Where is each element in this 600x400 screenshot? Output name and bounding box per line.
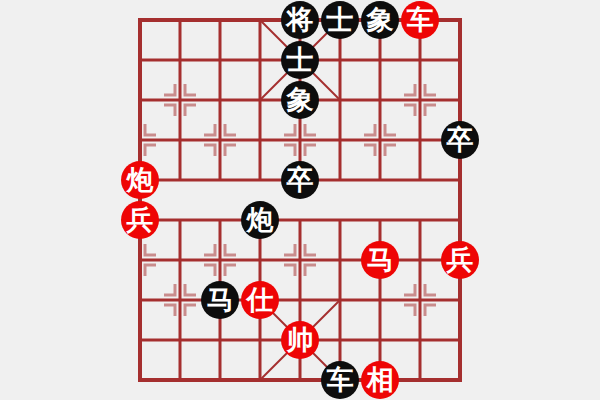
pieces-layer: 车将士象士象卒炮卒兵炮马兵马仕帅车相 bbox=[0, 0, 600, 400]
piece-red-chariot[interactable]: 车 bbox=[401, 1, 439, 39]
piece-black-pawn[interactable]: 卒 bbox=[281, 161, 319, 199]
piece-black-horse[interactable]: 马 bbox=[201, 281, 239, 319]
piece-red-pawn[interactable]: 兵 bbox=[121, 201, 159, 239]
piece-black-elephant[interactable]: 象 bbox=[361, 1, 399, 39]
piece-red-pawn[interactable]: 兵 bbox=[441, 241, 479, 279]
piece-black-advisor[interactable]: 士 bbox=[281, 41, 319, 79]
xiangqi-board[interactable]: 车将士象士象卒炮卒兵炮马兵马仕帅车相 bbox=[0, 0, 600, 400]
piece-red-advisor[interactable]: 仕 bbox=[241, 281, 279, 319]
piece-black-advisor[interactable]: 士 bbox=[321, 1, 359, 39]
piece-black-cannon[interactable]: 炮 bbox=[241, 201, 279, 239]
piece-red-cannon[interactable]: 炮 bbox=[121, 161, 159, 199]
piece-black-elephant[interactable]: 象 bbox=[281, 81, 319, 119]
piece-red-horse[interactable]: 马 bbox=[361, 241, 399, 279]
xiangqi-app: 车将士象士象卒炮卒兵炮马兵马仕帅车相 bbox=[0, 0, 600, 400]
piece-black-chariot[interactable]: 车 bbox=[321, 361, 359, 399]
piece-black-pawn[interactable]: 卒 bbox=[441, 121, 479, 159]
piece-black-general[interactable]: 将 bbox=[281, 1, 319, 39]
piece-red-general[interactable]: 帅 bbox=[281, 321, 319, 359]
piece-red-elephant[interactable]: 相 bbox=[361, 361, 399, 399]
